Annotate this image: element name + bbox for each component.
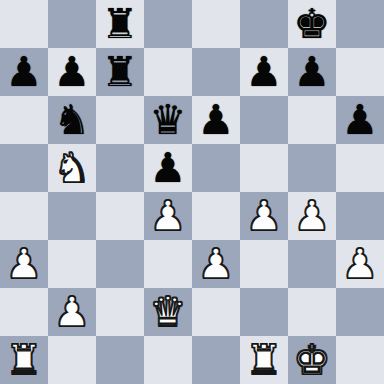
square-h8[interactable]	[336, 0, 384, 48]
square-a6[interactable]	[0, 96, 48, 144]
square-e8[interactable]	[192, 0, 240, 48]
square-d6[interactable]: ♛	[144, 96, 192, 144]
white-pawn[interactable]: ♟	[198, 240, 235, 288]
square-d1[interactable]	[144, 336, 192, 384]
square-g8[interactable]: ♚	[288, 0, 336, 48]
square-c3[interactable]	[96, 240, 144, 288]
square-f4[interactable]: ♟	[240, 192, 288, 240]
square-f1[interactable]: ♜	[240, 336, 288, 384]
black-pawn[interactable]: ♟	[198, 96, 235, 144]
square-b3[interactable]	[48, 240, 96, 288]
chess-board: ♜♚♟♟♜♟♟♞♛♟♟♞♟♟♟♟♟♟♟♟♛♜♜♚	[0, 0, 384, 384]
white-pawn[interactable]: ♟	[6, 240, 43, 288]
square-c8[interactable]: ♜	[96, 0, 144, 48]
black-pawn[interactable]: ♟	[54, 48, 91, 96]
square-h1[interactable]	[336, 336, 384, 384]
black-pawn[interactable]: ♟	[150, 144, 187, 192]
white-pawn[interactable]: ♟	[342, 240, 379, 288]
square-c2[interactable]	[96, 288, 144, 336]
square-a1[interactable]: ♜	[0, 336, 48, 384]
square-c4[interactable]	[96, 192, 144, 240]
white-knight[interactable]: ♞	[54, 144, 91, 192]
square-h2[interactable]	[336, 288, 384, 336]
square-d2[interactable]: ♛	[144, 288, 192, 336]
square-f2[interactable]	[240, 288, 288, 336]
square-c7[interactable]: ♜	[96, 48, 144, 96]
white-pawn[interactable]: ♟	[246, 192, 283, 240]
black-queen[interactable]: ♛	[150, 96, 187, 144]
square-e3[interactable]: ♟	[192, 240, 240, 288]
white-rook[interactable]: ♜	[6, 336, 43, 384]
square-a2[interactable]	[0, 288, 48, 336]
square-b5[interactable]: ♞	[48, 144, 96, 192]
black-knight[interactable]: ♞	[54, 96, 91, 144]
white-rook[interactable]: ♜	[246, 336, 283, 384]
white-pawn[interactable]: ♟	[150, 192, 187, 240]
square-g5[interactable]	[288, 144, 336, 192]
square-c6[interactable]	[96, 96, 144, 144]
square-g6[interactable]	[288, 96, 336, 144]
square-f7[interactable]: ♟	[240, 48, 288, 96]
white-pawn[interactable]: ♟	[54, 288, 91, 336]
square-e7[interactable]	[192, 48, 240, 96]
black-king[interactable]: ♚	[294, 0, 331, 48]
square-b6[interactable]: ♞	[48, 96, 96, 144]
square-g2[interactable]	[288, 288, 336, 336]
square-f3[interactable]	[240, 240, 288, 288]
square-h5[interactable]	[336, 144, 384, 192]
square-b7[interactable]: ♟	[48, 48, 96, 96]
square-a8[interactable]	[0, 0, 48, 48]
square-h4[interactable]	[336, 192, 384, 240]
square-e4[interactable]	[192, 192, 240, 240]
square-g4[interactable]: ♟	[288, 192, 336, 240]
square-h3[interactable]: ♟	[336, 240, 384, 288]
white-pawn[interactable]: ♟	[294, 192, 331, 240]
square-b1[interactable]	[48, 336, 96, 384]
white-king[interactable]: ♚	[294, 336, 331, 384]
square-f5[interactable]	[240, 144, 288, 192]
black-pawn[interactable]: ♟	[6, 48, 43, 96]
square-f8[interactable]	[240, 0, 288, 48]
black-rook[interactable]: ♜	[102, 0, 139, 48]
square-d5[interactable]: ♟	[144, 144, 192, 192]
square-a3[interactable]: ♟	[0, 240, 48, 288]
black-pawn[interactable]: ♟	[246, 48, 283, 96]
square-e6[interactable]: ♟	[192, 96, 240, 144]
square-a7[interactable]: ♟	[0, 48, 48, 96]
square-b8[interactable]	[48, 0, 96, 48]
black-pawn[interactable]: ♟	[294, 48, 331, 96]
square-b2[interactable]: ♟	[48, 288, 96, 336]
square-e2[interactable]	[192, 288, 240, 336]
square-d8[interactable]	[144, 0, 192, 48]
square-c5[interactable]	[96, 144, 144, 192]
square-h7[interactable]	[336, 48, 384, 96]
square-b4[interactable]	[48, 192, 96, 240]
square-d3[interactable]	[144, 240, 192, 288]
square-f6[interactable]	[240, 96, 288, 144]
square-h6[interactable]: ♟	[336, 96, 384, 144]
square-g7[interactable]: ♟	[288, 48, 336, 96]
square-g1[interactable]: ♚	[288, 336, 336, 384]
square-e5[interactable]	[192, 144, 240, 192]
black-rook[interactable]: ♜	[102, 48, 139, 96]
square-e1[interactable]	[192, 336, 240, 384]
square-d7[interactable]	[144, 48, 192, 96]
square-a4[interactable]	[0, 192, 48, 240]
black-pawn[interactable]: ♟	[342, 96, 379, 144]
white-queen[interactable]: ♛	[150, 288, 187, 336]
square-a5[interactable]	[0, 144, 48, 192]
square-c1[interactable]	[96, 336, 144, 384]
square-d4[interactable]: ♟	[144, 192, 192, 240]
square-g3[interactable]	[288, 240, 336, 288]
